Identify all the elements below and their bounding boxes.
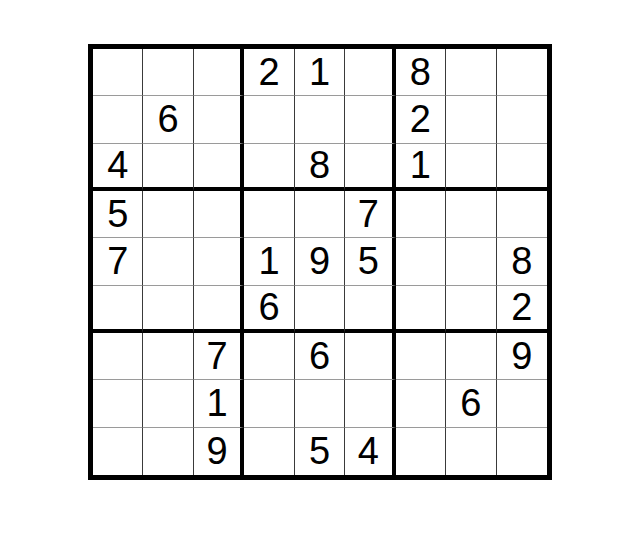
cell-r9c2-empty[interactable] bbox=[143, 428, 193, 475]
cell-r9c5-given-5[interactable]: 5 bbox=[295, 428, 345, 475]
cell-r4c7-empty[interactable] bbox=[396, 191, 446, 238]
cell-r5c2-empty[interactable] bbox=[143, 238, 193, 285]
cell-r6c8-empty[interactable] bbox=[446, 286, 496, 333]
cell-r9c1-empty[interactable] bbox=[93, 428, 143, 475]
cell-r4c4-empty[interactable] bbox=[244, 191, 294, 238]
cell-r5c8-empty[interactable] bbox=[446, 238, 496, 285]
cell-r7c7-empty[interactable] bbox=[396, 333, 446, 380]
cell-r6c2-empty[interactable] bbox=[143, 286, 193, 333]
cell-r3c6-empty[interactable] bbox=[345, 144, 395, 191]
cell-r3c1-given-4[interactable]: 4 bbox=[93, 144, 143, 191]
cell-r7c2-empty[interactable] bbox=[143, 333, 193, 380]
cell-r6c1-empty[interactable] bbox=[93, 286, 143, 333]
sudoku-board: 2186248157719586276916954 bbox=[88, 44, 552, 480]
cell-r1c1-empty[interactable] bbox=[93, 49, 143, 96]
cell-r1c8-empty[interactable] bbox=[446, 49, 496, 96]
cell-r9c9-empty[interactable] bbox=[497, 428, 547, 475]
cell-r2c6-empty[interactable] bbox=[345, 96, 395, 143]
cell-r6c6-empty[interactable] bbox=[345, 286, 395, 333]
cell-r1c2-empty[interactable] bbox=[143, 49, 193, 96]
cell-r5c5-given-9[interactable]: 9 bbox=[295, 238, 345, 285]
cell-r6c3-empty[interactable] bbox=[194, 286, 244, 333]
cell-r2c2-given-6[interactable]: 6 bbox=[143, 96, 193, 143]
cell-r7c4-empty[interactable] bbox=[244, 333, 294, 380]
cell-r2c8-empty[interactable] bbox=[446, 96, 496, 143]
cell-r8c6-empty[interactable] bbox=[345, 380, 395, 427]
cell-r8c2-empty[interactable] bbox=[143, 380, 193, 427]
cell-r5c1-given-7[interactable]: 7 bbox=[93, 238, 143, 285]
cell-r2c7-given-2[interactable]: 2 bbox=[396, 96, 446, 143]
cell-r7c9-given-9[interactable]: 9 bbox=[497, 333, 547, 380]
cell-r5c7-empty[interactable] bbox=[396, 238, 446, 285]
cell-r1c4-given-2[interactable]: 2 bbox=[244, 49, 294, 96]
cell-r1c9-empty[interactable] bbox=[497, 49, 547, 96]
cell-r8c3-given-1[interactable]: 1 bbox=[194, 380, 244, 427]
cell-r4c9-empty[interactable] bbox=[497, 191, 547, 238]
cell-r4c1-given-5[interactable]: 5 bbox=[93, 191, 143, 238]
cell-r3c8-empty[interactable] bbox=[446, 144, 496, 191]
cell-r7c1-empty[interactable] bbox=[93, 333, 143, 380]
cell-r4c3-empty[interactable] bbox=[194, 191, 244, 238]
cell-r6c5-empty[interactable] bbox=[295, 286, 345, 333]
cell-r5c4-given-1[interactable]: 1 bbox=[244, 238, 294, 285]
cell-r3c2-empty[interactable] bbox=[143, 144, 193, 191]
cell-r7c5-given-6[interactable]: 6 bbox=[295, 333, 345, 380]
cell-r4c8-empty[interactable] bbox=[446, 191, 496, 238]
cell-r2c4-empty[interactable] bbox=[244, 96, 294, 143]
cell-r3c9-empty[interactable] bbox=[497, 144, 547, 191]
cell-r7c3-given-7[interactable]: 7 bbox=[194, 333, 244, 380]
cell-r4c5-empty[interactable] bbox=[295, 191, 345, 238]
cell-r3c4-empty[interactable] bbox=[244, 144, 294, 191]
cell-r6c9-given-2[interactable]: 2 bbox=[497, 286, 547, 333]
cell-r2c1-empty[interactable] bbox=[93, 96, 143, 143]
cell-r8c5-empty[interactable] bbox=[295, 380, 345, 427]
cell-r1c5-given-1[interactable]: 1 bbox=[295, 49, 345, 96]
cell-r2c5-empty[interactable] bbox=[295, 96, 345, 143]
cell-r5c3-empty[interactable] bbox=[194, 238, 244, 285]
cell-r9c4-empty[interactable] bbox=[244, 428, 294, 475]
cell-r5c6-given-5[interactable]: 5 bbox=[345, 238, 395, 285]
cell-r3c5-given-8[interactable]: 8 bbox=[295, 144, 345, 191]
cell-r3c3-empty[interactable] bbox=[194, 144, 244, 191]
cell-r2c9-empty[interactable] bbox=[497, 96, 547, 143]
cell-r9c6-given-4[interactable]: 4 bbox=[345, 428, 395, 475]
cell-r1c7-given-8[interactable]: 8 bbox=[396, 49, 446, 96]
cell-r6c7-empty[interactable] bbox=[396, 286, 446, 333]
cell-r2c3-empty[interactable] bbox=[194, 96, 244, 143]
cell-r9c8-empty[interactable] bbox=[446, 428, 496, 475]
cell-r7c8-empty[interactable] bbox=[446, 333, 496, 380]
cell-r1c3-empty[interactable] bbox=[194, 49, 244, 96]
cell-r3c7-given-1[interactable]: 1 bbox=[396, 144, 446, 191]
cell-r8c1-empty[interactable] bbox=[93, 380, 143, 427]
cell-r8c8-given-6[interactable]: 6 bbox=[446, 380, 496, 427]
cell-r7c6-empty[interactable] bbox=[345, 333, 395, 380]
cell-r6c4-given-6[interactable]: 6 bbox=[244, 286, 294, 333]
cell-r8c9-empty[interactable] bbox=[497, 380, 547, 427]
cell-r4c6-given-7[interactable]: 7 bbox=[345, 191, 395, 238]
cell-r1c6-empty[interactable] bbox=[345, 49, 395, 96]
cell-r4c2-empty[interactable] bbox=[143, 191, 193, 238]
cell-r9c7-empty[interactable] bbox=[396, 428, 446, 475]
cell-r8c7-empty[interactable] bbox=[396, 380, 446, 427]
cell-r5c9-given-8[interactable]: 8 bbox=[497, 238, 547, 285]
cell-r9c3-given-9[interactable]: 9 bbox=[194, 428, 244, 475]
cell-r8c4-empty[interactable] bbox=[244, 380, 294, 427]
